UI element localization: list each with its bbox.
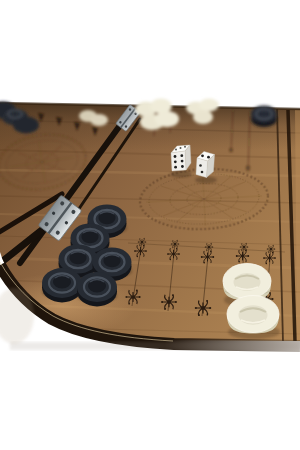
black-checker[interactable]	[77, 272, 117, 307]
white-checker-single[interactable]	[227, 296, 279, 334]
backgammon-scene	[0, 0, 300, 450]
black-checker-far-right[interactable]	[251, 106, 277, 128]
black-checker[interactable]	[42, 268, 82, 303]
white-checker-stack-top[interactable]	[223, 264, 271, 301]
backgammon-photo	[0, 0, 300, 450]
